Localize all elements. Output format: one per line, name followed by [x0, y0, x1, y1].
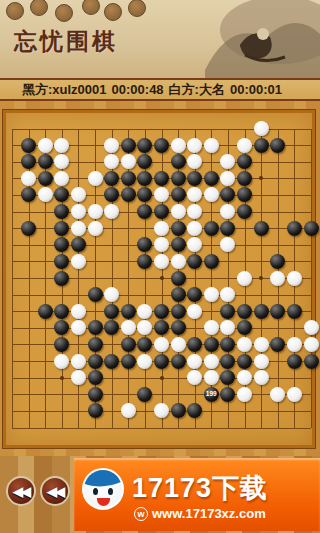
white-stone[interactable]	[237, 337, 252, 352]
black-stone[interactable]	[171, 221, 186, 236]
black-stone[interactable]	[237, 354, 252, 369]
mascot-logo-icon	[82, 468, 124, 510]
black-stone[interactable]	[54, 271, 69, 286]
white-stone[interactable]	[154, 254, 169, 269]
black-stone[interactable]	[154, 304, 169, 319]
black-stone[interactable]	[38, 171, 53, 186]
black-stone[interactable]	[304, 221, 319, 236]
white-stone[interactable]	[71, 354, 86, 369]
white-stone[interactable]	[254, 337, 269, 352]
black-stone[interactable]	[171, 237, 186, 252]
black-stone[interactable]	[171, 171, 186, 186]
black-stone[interactable]: 199	[204, 387, 219, 402]
white-stone[interactable]	[38, 138, 53, 153]
go-board[interactable]: 199	[0, 101, 320, 456]
grid-line	[311, 129, 312, 428]
white-stone[interactable]	[270, 387, 285, 402]
black-stone[interactable]	[121, 354, 136, 369]
black-stone[interactable]	[171, 154, 186, 169]
white-stone[interactable]	[171, 254, 186, 269]
white-player-label: 白方:大名	[169, 81, 225, 99]
white-stone[interactable]	[137, 354, 152, 369]
step-back-button[interactable]: ◀◀	[40, 476, 70, 506]
white-stone[interactable]	[204, 354, 219, 369]
black-stone[interactable]	[38, 304, 53, 319]
star-point	[160, 276, 164, 280]
black-stone[interactable]	[204, 221, 219, 236]
black-stone[interactable]	[220, 354, 235, 369]
black-player-clock: 00:00:48	[112, 82, 164, 97]
black-stone[interactable]	[204, 171, 219, 186]
white-stone[interactable]	[71, 370, 86, 385]
star-point	[60, 376, 64, 380]
black-stone[interactable]	[21, 138, 36, 153]
black-player-label: 黑方:xulz0001	[22, 81, 107, 99]
white-stone[interactable]	[254, 121, 269, 136]
black-stone[interactable]	[287, 354, 302, 369]
white-stone[interactable]	[71, 304, 86, 319]
white-stone[interactable]	[304, 320, 319, 335]
white-stone[interactable]	[104, 138, 119, 153]
status-bar: 黑方:xulz0001 00:00:48 白方:大名 00:00:01	[0, 78, 320, 101]
white-stone[interactable]	[287, 271, 302, 286]
white-stone[interactable]	[171, 337, 186, 352]
black-stone[interactable]	[220, 304, 235, 319]
black-stone[interactable]	[204, 254, 219, 269]
black-stone[interactable]	[88, 287, 103, 302]
star-point	[160, 376, 164, 380]
white-stone[interactable]	[187, 221, 202, 236]
white-stone[interactable]	[187, 354, 202, 369]
black-stone[interactable]	[38, 154, 53, 169]
black-stone[interactable]	[121, 138, 136, 153]
ad-banner[interactable]: 17173下载 w www.17173xz.com	[74, 458, 320, 531]
white-stone[interactable]	[237, 387, 252, 402]
black-stone[interactable]	[287, 304, 302, 319]
white-stone[interactable]	[38, 187, 53, 202]
black-stone[interactable]	[254, 221, 269, 236]
black-stone[interactable]	[254, 138, 269, 153]
black-stone[interactable]	[88, 354, 103, 369]
white-stone[interactable]	[88, 204, 103, 219]
white-stone[interactable]	[171, 204, 186, 219]
white-stone[interactable]	[21, 171, 36, 186]
white-stone[interactable]	[137, 304, 152, 319]
black-stone[interactable]	[88, 403, 103, 418]
black-stone[interactable]	[154, 171, 169, 186]
black-stone[interactable]	[171, 187, 186, 202]
black-stone[interactable]	[304, 354, 319, 369]
black-stone[interactable]	[154, 354, 169, 369]
bottom-bar: ◀◀ ◀◀ 17173下载 w www.17173xz.com	[0, 456, 320, 533]
white-stone[interactable]	[54, 171, 69, 186]
black-stone[interactable]	[104, 354, 119, 369]
black-stone[interactable]	[121, 171, 136, 186]
black-stone[interactable]	[204, 337, 219, 352]
black-stone[interactable]	[88, 337, 103, 352]
white-stone[interactable]	[71, 204, 86, 219]
black-stone[interactable]	[254, 304, 269, 319]
white-stone[interactable]	[154, 221, 169, 236]
white-stone[interactable]	[204, 138, 219, 153]
black-stone[interactable]	[54, 221, 69, 236]
black-stone[interactable]	[237, 304, 252, 319]
black-stone[interactable]	[270, 138, 285, 153]
black-stone[interactable]	[154, 138, 169, 153]
white-stone[interactable]	[204, 370, 219, 385]
app-title: 忘忧围棋	[14, 26, 118, 57]
grid-line	[12, 295, 311, 296]
last-move-number: 199	[206, 391, 217, 398]
white-stone[interactable]	[237, 271, 252, 286]
black-stone[interactable]	[270, 304, 285, 319]
white-stone[interactable]	[254, 354, 269, 369]
white-stone[interactable]	[71, 221, 86, 236]
banner-title: 17173下载	[132, 470, 268, 506]
white-stone[interactable]	[88, 171, 103, 186]
white-stone[interactable]	[121, 320, 136, 335]
banner-url-text: www.17173xz.com	[152, 506, 266, 521]
black-stone[interactable]	[220, 221, 235, 236]
header-artwork: 忘忧围棋	[0, 0, 320, 78]
black-stone[interactable]	[88, 320, 103, 335]
white-stone[interactable]	[54, 138, 69, 153]
white-stone[interactable]	[187, 138, 202, 153]
white-stone[interactable]	[304, 337, 319, 352]
black-stone[interactable]	[121, 337, 136, 352]
black-stone[interactable]	[21, 221, 36, 236]
white-stone[interactable]	[287, 337, 302, 352]
black-stone[interactable]	[54, 304, 69, 319]
black-stone[interactable]	[171, 304, 186, 319]
black-stone[interactable]	[187, 171, 202, 186]
www-icon: w	[134, 507, 148, 521]
white-player-clock: 00:00:01	[230, 82, 282, 97]
black-stone[interactable]	[171, 271, 186, 286]
white-stone[interactable]	[237, 138, 252, 153]
black-stone[interactable]	[137, 138, 152, 153]
white-stone[interactable]	[270, 271, 285, 286]
black-stone[interactable]	[88, 370, 103, 385]
black-stone[interactable]	[237, 171, 252, 186]
white-stone[interactable]	[204, 287, 219, 302]
white-stone[interactable]	[237, 370, 252, 385]
black-stone[interactable]	[171, 354, 186, 369]
black-stone[interactable]	[287, 221, 302, 236]
banner-url: w www.17173xz.com	[134, 506, 266, 521]
white-stone[interactable]	[121, 154, 136, 169]
grid-line	[12, 394, 311, 395]
ink-painting	[145, 0, 320, 78]
rewind-button[interactable]: ◀◀	[6, 476, 36, 506]
black-stone[interactable]	[121, 304, 136, 319]
white-stone[interactable]	[254, 370, 269, 385]
black-stone[interactable]	[154, 204, 169, 219]
white-stone[interactable]	[71, 254, 86, 269]
grid-line	[12, 428, 311, 429]
white-stone[interactable]	[287, 387, 302, 402]
app-screen: 忘忧围棋 黑方:xulz0001 00:00:48 白方:大名 00:00:01…	[0, 0, 320, 533]
black-stone[interactable]	[171, 287, 186, 302]
black-stone[interactable]	[237, 204, 252, 219]
black-stone[interactable]	[187, 337, 202, 352]
white-stone[interactable]	[54, 354, 69, 369]
black-stone[interactable]	[104, 171, 119, 186]
black-stone[interactable]	[171, 403, 186, 418]
white-stone[interactable]	[154, 337, 169, 352]
black-stone[interactable]	[88, 387, 103, 402]
white-stone[interactable]	[171, 138, 186, 153]
white-stone[interactable]	[204, 320, 219, 335]
white-stone[interactable]	[88, 221, 103, 236]
black-stone[interactable]	[187, 254, 202, 269]
white-stone[interactable]	[187, 304, 202, 319]
black-stone[interactable]	[104, 304, 119, 319]
black-stone[interactable]	[171, 320, 186, 335]
